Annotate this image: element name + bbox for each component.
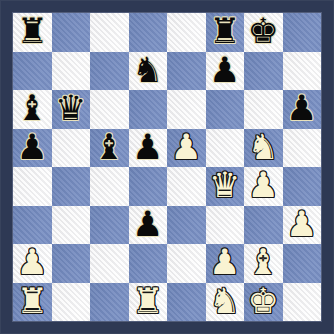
square-f6[interactable] <box>206 90 245 129</box>
square-b1[interactable] <box>52 283 91 322</box>
square-g4[interactable]: ♟ <box>244 167 283 206</box>
square-h4[interactable] <box>283 167 322 206</box>
square-a7[interactable] <box>13 52 52 91</box>
square-a6[interactable]: ♝ <box>13 90 52 129</box>
piece-black-queen-b6[interactable]: ♛ <box>55 90 86 127</box>
square-h5[interactable] <box>283 129 322 168</box>
piece-white-pawn-h3[interactable]: ♟ <box>286 206 317 243</box>
square-b8[interactable] <box>52 13 91 52</box>
square-h8[interactable] <box>283 13 322 52</box>
square-d4[interactable] <box>129 167 168 206</box>
square-f3[interactable] <box>206 206 245 245</box>
piece-black-pawn-a5[interactable]: ♟ <box>17 129 48 166</box>
square-c8[interactable] <box>90 13 129 52</box>
square-e4[interactable] <box>167 167 206 206</box>
chess-board-frame: ♜♜♚♞♟♝♛♟♟♝♟♟♞♛♟♟♟♟♟♝♜♜♞♚ <box>0 0 334 334</box>
square-b5[interactable] <box>52 129 91 168</box>
square-e8[interactable] <box>167 13 206 52</box>
square-h2[interactable] <box>283 244 322 283</box>
square-f8[interactable]: ♜ <box>206 13 245 52</box>
piece-white-pawn-a2[interactable]: ♟ <box>17 244 48 281</box>
square-b7[interactable] <box>52 52 91 91</box>
piece-white-pawn-f2[interactable]: ♟ <box>209 244 240 281</box>
piece-white-queen-f4[interactable]: ♛ <box>209 167 240 204</box>
square-a1[interactable]: ♜ <box>13 283 52 322</box>
square-f4[interactable]: ♛ <box>206 167 245 206</box>
piece-white-bishop-g2[interactable]: ♝ <box>248 244 279 281</box>
square-c7[interactable] <box>90 52 129 91</box>
piece-black-bishop-c5[interactable]: ♝ <box>94 129 125 166</box>
square-g8[interactable]: ♚ <box>244 13 283 52</box>
piece-black-pawn-h6[interactable]: ♟ <box>286 90 317 127</box>
square-g3[interactable] <box>244 206 283 245</box>
square-e1[interactable] <box>167 283 206 322</box>
square-f7[interactable]: ♟ <box>206 52 245 91</box>
square-b2[interactable] <box>52 244 91 283</box>
square-d6[interactable] <box>129 90 168 129</box>
square-f1[interactable]: ♞ <box>206 283 245 322</box>
square-g5[interactable]: ♞ <box>244 129 283 168</box>
piece-black-pawn-d5[interactable]: ♟ <box>132 129 163 166</box>
piece-white-knight-f1[interactable]: ♞ <box>209 283 240 320</box>
square-c1[interactable] <box>90 283 129 322</box>
square-a2[interactable]: ♟ <box>13 244 52 283</box>
piece-black-rook-f8[interactable]: ♜ <box>209 13 240 50</box>
square-e2[interactable] <box>167 244 206 283</box>
piece-white-rook-a1[interactable]: ♜ <box>17 283 48 320</box>
piece-white-knight-g5[interactable]: ♞ <box>248 129 279 166</box>
square-c2[interactable] <box>90 244 129 283</box>
piece-black-bishop-a6[interactable]: ♝ <box>17 90 48 127</box>
square-d1[interactable]: ♜ <box>129 283 168 322</box>
square-d8[interactable] <box>129 13 168 52</box>
piece-black-pawn-d3[interactable]: ♟ <box>132 206 163 243</box>
square-c3[interactable] <box>90 206 129 245</box>
square-g7[interactable] <box>244 52 283 91</box>
chess-board: ♜♜♚♞♟♝♛♟♟♝♟♟♞♛♟♟♟♟♟♝♜♜♞♚ <box>13 13 321 321</box>
piece-white-pawn-g4[interactable]: ♟ <box>248 167 279 204</box>
square-c4[interactable] <box>90 167 129 206</box>
piece-black-king-g8[interactable]: ♚ <box>248 13 279 50</box>
piece-black-rook-a8[interactable]: ♜ <box>17 13 48 50</box>
square-g2[interactable]: ♝ <box>244 244 283 283</box>
square-g1[interactable]: ♚ <box>244 283 283 322</box>
square-c5[interactable]: ♝ <box>90 129 129 168</box>
piece-white-pawn-e5[interactable]: ♟ <box>171 129 202 166</box>
square-a8[interactable]: ♜ <box>13 13 52 52</box>
square-b4[interactable] <box>52 167 91 206</box>
square-d3[interactable]: ♟ <box>129 206 168 245</box>
square-e5[interactable]: ♟ <box>167 129 206 168</box>
piece-black-knight-d7[interactable]: ♞ <box>132 52 163 89</box>
square-a4[interactable] <box>13 167 52 206</box>
square-b3[interactable] <box>52 206 91 245</box>
square-h1[interactable] <box>283 283 322 322</box>
piece-white-rook-d1[interactable]: ♜ <box>132 283 163 320</box>
square-e3[interactable] <box>167 206 206 245</box>
square-h6[interactable]: ♟ <box>283 90 322 129</box>
square-d5[interactable]: ♟ <box>129 129 168 168</box>
square-g6[interactable] <box>244 90 283 129</box>
square-a5[interactable]: ♟ <box>13 129 52 168</box>
piece-black-pawn-f7[interactable]: ♟ <box>209 52 240 89</box>
square-e7[interactable] <box>167 52 206 91</box>
piece-white-king-g1[interactable]: ♚ <box>248 283 279 320</box>
square-a3[interactable] <box>13 206 52 245</box>
square-f5[interactable] <box>206 129 245 168</box>
square-d7[interactable]: ♞ <box>129 52 168 91</box>
square-h3[interactable]: ♟ <box>283 206 322 245</box>
square-e6[interactable] <box>167 90 206 129</box>
square-d2[interactable] <box>129 244 168 283</box>
square-h7[interactable] <box>283 52 322 91</box>
square-c6[interactable] <box>90 90 129 129</box>
square-f2[interactable]: ♟ <box>206 244 245 283</box>
square-b6[interactable]: ♛ <box>52 90 91 129</box>
